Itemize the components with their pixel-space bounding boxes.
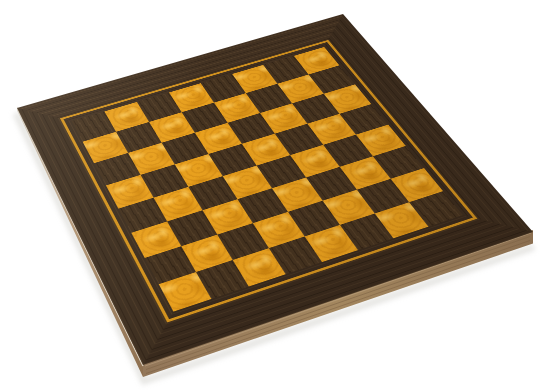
photo-background: [0, 0, 544, 390]
